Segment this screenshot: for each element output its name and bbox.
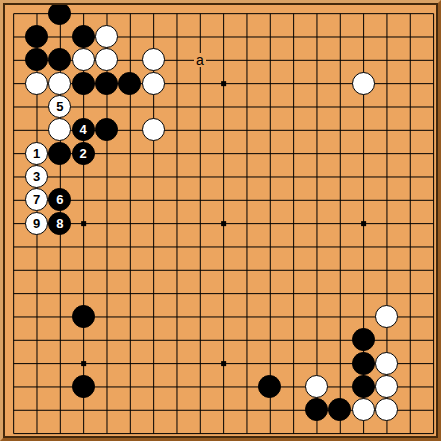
intersection-10-10[interactable] xyxy=(235,235,258,258)
intersection-8-9[interactable] xyxy=(188,212,211,235)
intersection-12-2[interactable] xyxy=(282,48,305,71)
intersection-12-15[interactable] xyxy=(282,352,305,375)
intersection-3-11[interactable] xyxy=(72,258,95,281)
intersection-9-17[interactable] xyxy=(212,398,235,421)
intersection-14-13[interactable] xyxy=(328,305,351,328)
intersection-2-4[interactable]: 5 xyxy=(48,95,71,118)
intersection-11-15[interactable] xyxy=(258,352,281,375)
intersection-13-11[interactable] xyxy=(305,258,328,281)
intersection-3-9[interactable] xyxy=(72,212,95,235)
intersection-18-17[interactable] xyxy=(422,398,441,421)
intersection-14-11[interactable] xyxy=(328,258,351,281)
intersection-10-16[interactable] xyxy=(235,375,258,398)
intersection-5-11[interactable] xyxy=(118,258,141,281)
black-stone[interactable]: 8 xyxy=(48,212,71,235)
white-stone[interactable] xyxy=(375,352,398,375)
intersection-12-17[interactable] xyxy=(282,398,305,421)
intersection-16-3[interactable] xyxy=(375,72,398,95)
intersection-14-1[interactable] xyxy=(328,25,351,48)
intersection-9-4[interactable] xyxy=(212,95,235,118)
intersection-18-8[interactable] xyxy=(422,188,441,211)
black-stone[interactable] xyxy=(118,72,141,95)
intersection-16-0[interactable] xyxy=(375,2,398,25)
intersection-8-12[interactable] xyxy=(188,282,211,305)
intersection-12-12[interactable] xyxy=(282,282,305,305)
intersection-0-8[interactable] xyxy=(2,188,25,211)
intersection-6-18[interactable] xyxy=(142,422,165,441)
intersection-11-18[interactable] xyxy=(258,422,281,441)
intersection-11-6[interactable] xyxy=(258,142,281,165)
intersection-2-11[interactable] xyxy=(48,258,71,281)
intersection-18-2[interactable] xyxy=(422,48,441,71)
intersection-5-18[interactable] xyxy=(118,422,141,441)
intersection-2-9[interactable]: 8 xyxy=(48,212,71,235)
intersection-0-14[interactable] xyxy=(2,328,25,351)
intersection-6-2[interactable] xyxy=(142,48,165,71)
intersection-8-0[interactable] xyxy=(188,2,211,25)
white-stone[interactable]: 7 xyxy=(25,188,48,211)
intersection-13-16[interactable] xyxy=(305,375,328,398)
white-stone[interactable] xyxy=(375,305,398,328)
intersection-8-3[interactable] xyxy=(188,72,211,95)
white-stone[interactable] xyxy=(48,118,71,141)
intersection-4-4[interactable] xyxy=(95,95,118,118)
intersection-6-16[interactable] xyxy=(142,375,165,398)
intersection-12-13[interactable] xyxy=(282,305,305,328)
intersection-7-7[interactable] xyxy=(165,165,188,188)
white-stone[interactable]: 3 xyxy=(25,165,48,188)
intersection-2-13[interactable] xyxy=(48,305,71,328)
intersection-1-3[interactable] xyxy=(25,72,48,95)
intersection-13-10[interactable] xyxy=(305,235,328,258)
intersection-11-11[interactable] xyxy=(258,258,281,281)
black-stone[interactable] xyxy=(72,25,95,48)
intersection-2-8[interactable]: 6 xyxy=(48,188,71,211)
intersection-0-12[interactable] xyxy=(2,282,25,305)
intersection-5-7[interactable] xyxy=(118,165,141,188)
intersection-14-15[interactable] xyxy=(328,352,351,375)
intersection-15-12[interactable] xyxy=(352,282,375,305)
black-stone[interactable] xyxy=(72,305,95,328)
white-stone[interactable] xyxy=(305,375,328,398)
white-stone[interactable] xyxy=(375,375,398,398)
intersection-12-3[interactable] xyxy=(282,72,305,95)
intersection-0-13[interactable] xyxy=(2,305,25,328)
white-stone[interactable] xyxy=(95,48,118,71)
white-stone[interactable] xyxy=(142,118,165,141)
intersection-7-16[interactable] xyxy=(165,375,188,398)
intersection-7-9[interactable] xyxy=(165,212,188,235)
white-stone[interactable] xyxy=(48,72,71,95)
intersection-16-13[interactable] xyxy=(375,305,398,328)
intersection-3-6[interactable]: 2 xyxy=(72,142,95,165)
intersection-2-0[interactable] xyxy=(48,2,71,25)
intersection-8-13[interactable] xyxy=(188,305,211,328)
intersection-18-3[interactable] xyxy=(422,72,441,95)
intersection-11-14[interactable] xyxy=(258,328,281,351)
intersection-14-4[interactable] xyxy=(328,95,351,118)
intersection-6-8[interactable] xyxy=(142,188,165,211)
intersection-16-2[interactable] xyxy=(375,48,398,71)
black-stone[interactable] xyxy=(25,48,48,71)
intersection-3-17[interactable] xyxy=(72,398,95,421)
white-stone[interactable] xyxy=(352,72,375,95)
intersection-8-1[interactable] xyxy=(188,25,211,48)
intersection-7-5[interactable] xyxy=(165,118,188,141)
intersection-18-1[interactable] xyxy=(422,25,441,48)
intersection-9-8[interactable] xyxy=(212,188,235,211)
intersection-13-6[interactable] xyxy=(305,142,328,165)
intersection-7-8[interactable] xyxy=(165,188,188,211)
intersection-4-11[interactable] xyxy=(95,258,118,281)
intersection-10-3[interactable] xyxy=(235,72,258,95)
intersection-6-3[interactable] xyxy=(142,72,165,95)
intersection-12-1[interactable] xyxy=(282,25,305,48)
intersection-3-8[interactable] xyxy=(72,188,95,211)
intersection-10-12[interactable] xyxy=(235,282,258,305)
intersection-9-13[interactable] xyxy=(212,305,235,328)
intersection-9-9[interactable] xyxy=(212,212,235,235)
intersection-3-5[interactable]: 4 xyxy=(72,118,95,141)
intersection-14-7[interactable] xyxy=(328,165,351,188)
intersection-17-1[interactable] xyxy=(398,25,421,48)
intersection-10-5[interactable] xyxy=(235,118,258,141)
intersection-11-16[interactable] xyxy=(258,375,281,398)
intersection-13-17[interactable] xyxy=(305,398,328,421)
intersection-18-12[interactable] xyxy=(422,282,441,305)
intersection-1-6[interactable]: 1 xyxy=(25,142,48,165)
intersection-1-11[interactable] xyxy=(25,258,48,281)
intersection-13-14[interactable] xyxy=(305,328,328,351)
intersection-4-17[interactable] xyxy=(95,398,118,421)
intersection-6-10[interactable] xyxy=(142,235,165,258)
intersection-12-0[interactable] xyxy=(282,2,305,25)
black-stone[interactable] xyxy=(95,118,118,141)
intersection-5-16[interactable] xyxy=(118,375,141,398)
intersection-8-10[interactable] xyxy=(188,235,211,258)
intersection-8-15[interactable] xyxy=(188,352,211,375)
intersection-1-2[interactable] xyxy=(25,48,48,71)
intersection-5-6[interactable] xyxy=(118,142,141,165)
black-stone[interactable] xyxy=(258,375,281,398)
intersection-13-2[interactable] xyxy=(305,48,328,71)
intersection-9-16[interactable] xyxy=(212,375,235,398)
intersection-12-7[interactable] xyxy=(282,165,305,188)
intersection-2-15[interactable] xyxy=(48,352,71,375)
intersection-9-7[interactable] xyxy=(212,165,235,188)
intersection-0-3[interactable] xyxy=(2,72,25,95)
intersection-9-18[interactable] xyxy=(212,422,235,441)
intersection-18-6[interactable] xyxy=(422,142,441,165)
intersection-11-17[interactable] xyxy=(258,398,281,421)
intersection-8-8[interactable] xyxy=(188,188,211,211)
intersection-18-7[interactable] xyxy=(422,165,441,188)
intersection-11-8[interactable] xyxy=(258,188,281,211)
intersection-6-13[interactable] xyxy=(142,305,165,328)
intersection-12-8[interactable] xyxy=(282,188,305,211)
intersection-1-17[interactable] xyxy=(25,398,48,421)
intersection-14-6[interactable] xyxy=(328,142,351,165)
intersection-1-0[interactable] xyxy=(25,2,48,25)
intersection-7-0[interactable] xyxy=(165,2,188,25)
intersection-13-3[interactable] xyxy=(305,72,328,95)
intersection-14-18[interactable] xyxy=(328,422,351,441)
intersection-16-14[interactable] xyxy=(375,328,398,351)
black-stone[interactable] xyxy=(72,72,95,95)
intersection-4-16[interactable] xyxy=(95,375,118,398)
intersection-10-8[interactable] xyxy=(235,188,258,211)
intersection-17-2[interactable] xyxy=(398,48,421,71)
intersection-15-1[interactable] xyxy=(352,25,375,48)
intersection-13-12[interactable] xyxy=(305,282,328,305)
intersection-4-9[interactable] xyxy=(95,212,118,235)
intersection-17-13[interactable] xyxy=(398,305,421,328)
intersection-11-13[interactable] xyxy=(258,305,281,328)
black-stone[interactable] xyxy=(328,398,351,421)
intersection-1-10[interactable] xyxy=(25,235,48,258)
intersection-0-0[interactable] xyxy=(2,2,25,25)
intersection-4-14[interactable] xyxy=(95,328,118,351)
intersection-3-14[interactable] xyxy=(72,328,95,351)
intersection-2-2[interactable] xyxy=(48,48,71,71)
intersection-1-4[interactable] xyxy=(25,95,48,118)
intersection-10-9[interactable] xyxy=(235,212,258,235)
white-stone[interactable] xyxy=(142,48,165,71)
intersection-4-18[interactable] xyxy=(95,422,118,441)
intersection-1-16[interactable] xyxy=(25,375,48,398)
intersection-14-17[interactable] xyxy=(328,398,351,421)
intersection-3-13[interactable] xyxy=(72,305,95,328)
intersection-17-10[interactable] xyxy=(398,235,421,258)
intersection-15-4[interactable] xyxy=(352,95,375,118)
intersection-4-10[interactable] xyxy=(95,235,118,258)
intersection-12-10[interactable] xyxy=(282,235,305,258)
intersection-14-9[interactable] xyxy=(328,212,351,235)
intersection-17-7[interactable] xyxy=(398,165,421,188)
intersection-15-7[interactable] xyxy=(352,165,375,188)
intersection-4-1[interactable] xyxy=(95,25,118,48)
intersection-8-2[interactable]: a xyxy=(188,48,211,71)
intersection-6-17[interactable] xyxy=(142,398,165,421)
intersection-0-2[interactable] xyxy=(2,48,25,71)
intersection-9-1[interactable] xyxy=(212,25,235,48)
intersection-7-14[interactable] xyxy=(165,328,188,351)
intersection-17-16[interactable] xyxy=(398,375,421,398)
intersection-1-15[interactable] xyxy=(25,352,48,375)
intersection-7-17[interactable] xyxy=(165,398,188,421)
intersection-8-16[interactable] xyxy=(188,375,211,398)
intersection-8-7[interactable] xyxy=(188,165,211,188)
black-stone[interactable]: 2 xyxy=(72,142,95,165)
intersection-17-11[interactable] xyxy=(398,258,421,281)
intersection-15-11[interactable] xyxy=(352,258,375,281)
intersection-4-8[interactable] xyxy=(95,188,118,211)
intersection-18-18[interactable] xyxy=(422,422,441,441)
intersection-13-4[interactable] xyxy=(305,95,328,118)
intersection-8-6[interactable] xyxy=(188,142,211,165)
intersection-11-2[interactable] xyxy=(258,48,281,71)
intersection-15-9[interactable] xyxy=(352,212,375,235)
intersection-9-15[interactable] xyxy=(212,352,235,375)
intersection-15-17[interactable] xyxy=(352,398,375,421)
intersection-0-17[interactable] xyxy=(2,398,25,421)
intersection-6-5[interactable] xyxy=(142,118,165,141)
intersection-7-4[interactable] xyxy=(165,95,188,118)
intersection-15-3[interactable] xyxy=(352,72,375,95)
intersection-1-5[interactable] xyxy=(25,118,48,141)
intersection-14-14[interactable] xyxy=(328,328,351,351)
intersection-8-5[interactable] xyxy=(188,118,211,141)
intersection-11-7[interactable] xyxy=(258,165,281,188)
intersection-3-7[interactable] xyxy=(72,165,95,188)
intersection-4-12[interactable] xyxy=(95,282,118,305)
intersection-9-5[interactable] xyxy=(212,118,235,141)
intersection-5-10[interactable] xyxy=(118,235,141,258)
intersection-6-12[interactable] xyxy=(142,282,165,305)
intersection-3-10[interactable] xyxy=(72,235,95,258)
intersection-2-1[interactable] xyxy=(48,25,71,48)
black-stone[interactable] xyxy=(25,25,48,48)
intersection-15-16[interactable] xyxy=(352,375,375,398)
intersection-13-0[interactable] xyxy=(305,2,328,25)
intersection-11-10[interactable] xyxy=(258,235,281,258)
intersection-18-0[interactable] xyxy=(422,2,441,25)
black-stone[interactable] xyxy=(72,375,95,398)
intersection-6-15[interactable] xyxy=(142,352,165,375)
intersection-3-1[interactable] xyxy=(72,25,95,48)
intersection-5-3[interactable] xyxy=(118,72,141,95)
intersection-17-15[interactable] xyxy=(398,352,421,375)
intersection-8-14[interactable] xyxy=(188,328,211,351)
intersection-9-0[interactable] xyxy=(212,2,235,25)
intersection-2-5[interactable] xyxy=(48,118,71,141)
intersection-5-14[interactable] xyxy=(118,328,141,351)
intersection-10-6[interactable] xyxy=(235,142,258,165)
intersection-2-3[interactable] xyxy=(48,72,71,95)
intersection-4-2[interactable] xyxy=(95,48,118,71)
intersection-3-12[interactable] xyxy=(72,282,95,305)
intersection-13-1[interactable] xyxy=(305,25,328,48)
white-stone[interactable] xyxy=(72,48,95,71)
intersection-5-17[interactable] xyxy=(118,398,141,421)
intersection-7-11[interactable] xyxy=(165,258,188,281)
intersection-15-2[interactable] xyxy=(352,48,375,71)
intersection-14-3[interactable] xyxy=(328,72,351,95)
intersection-16-8[interactable] xyxy=(375,188,398,211)
intersection-12-5[interactable] xyxy=(282,118,305,141)
intersection-13-15[interactable] xyxy=(305,352,328,375)
intersection-3-4[interactable] xyxy=(72,95,95,118)
intersection-16-9[interactable] xyxy=(375,212,398,235)
black-stone[interactable] xyxy=(352,328,375,351)
intersection-16-12[interactable] xyxy=(375,282,398,305)
intersection-0-6[interactable] xyxy=(2,142,25,165)
intersection-10-11[interactable] xyxy=(235,258,258,281)
intersection-12-6[interactable] xyxy=(282,142,305,165)
intersection-4-13[interactable] xyxy=(95,305,118,328)
intersection-9-6[interactable] xyxy=(212,142,235,165)
intersection-16-1[interactable] xyxy=(375,25,398,48)
intersection-12-16[interactable] xyxy=(282,375,305,398)
intersection-12-4[interactable] xyxy=(282,95,305,118)
intersection-1-14[interactable] xyxy=(25,328,48,351)
intersection-2-14[interactable] xyxy=(48,328,71,351)
intersection-18-16[interactable] xyxy=(422,375,441,398)
intersection-15-8[interactable] xyxy=(352,188,375,211)
intersection-18-4[interactable] xyxy=(422,95,441,118)
intersection-2-7[interactable] xyxy=(48,165,71,188)
go-board[interactable]: a541237698 xyxy=(2,2,441,441)
intersection-14-0[interactable] xyxy=(328,2,351,25)
white-stone[interactable] xyxy=(352,398,375,421)
intersection-6-14[interactable] xyxy=(142,328,165,351)
intersection-17-0[interactable] xyxy=(398,2,421,25)
intersection-15-14[interactable] xyxy=(352,328,375,351)
intersection-2-6[interactable] xyxy=(48,142,71,165)
intersection-16-18[interactable] xyxy=(375,422,398,441)
intersection-7-1[interactable] xyxy=(165,25,188,48)
intersection-0-15[interactable] xyxy=(2,352,25,375)
intersection-9-3[interactable] xyxy=(212,72,235,95)
intersection-4-15[interactable] xyxy=(95,352,118,375)
intersection-3-0[interactable] xyxy=(72,2,95,25)
intersection-1-18[interactable] xyxy=(25,422,48,441)
intersection-17-12[interactable] xyxy=(398,282,421,305)
intersection-12-11[interactable] xyxy=(282,258,305,281)
intersection-13-18[interactable] xyxy=(305,422,328,441)
white-stone[interactable] xyxy=(142,72,165,95)
intersection-0-9[interactable] xyxy=(2,212,25,235)
intersection-7-10[interactable] xyxy=(165,235,188,258)
black-stone[interactable] xyxy=(352,375,375,398)
intersection-10-13[interactable] xyxy=(235,305,258,328)
intersection-9-12[interactable] xyxy=(212,282,235,305)
intersection-6-6[interactable] xyxy=(142,142,165,165)
intersection-12-18[interactable] xyxy=(282,422,305,441)
intersection-18-13[interactable] xyxy=(422,305,441,328)
intersection-10-14[interactable] xyxy=(235,328,258,351)
intersection-7-3[interactable] xyxy=(165,72,188,95)
intersection-0-7[interactable] xyxy=(2,165,25,188)
intersection-5-0[interactable] xyxy=(118,2,141,25)
intersection-2-10[interactable] xyxy=(48,235,71,258)
intersection-16-16[interactable] xyxy=(375,375,398,398)
intersection-13-5[interactable] xyxy=(305,118,328,141)
intersection-10-1[interactable] xyxy=(235,25,258,48)
intersection-17-9[interactable] xyxy=(398,212,421,235)
intersection-7-18[interactable] xyxy=(165,422,188,441)
intersection-6-1[interactable] xyxy=(142,25,165,48)
intersection-18-11[interactable] xyxy=(422,258,441,281)
intersection-17-4[interactable] xyxy=(398,95,421,118)
intersection-1-8[interactable]: 7 xyxy=(25,188,48,211)
intersection-6-11[interactable] xyxy=(142,258,165,281)
intersection-0-10[interactable] xyxy=(2,235,25,258)
intersection-10-15[interactable] xyxy=(235,352,258,375)
intersection-6-9[interactable] xyxy=(142,212,165,235)
intersection-10-17[interactable] xyxy=(235,398,258,421)
intersection-16-17[interactable] xyxy=(375,398,398,421)
white-stone[interactable]: 1 xyxy=(25,142,48,165)
intersection-11-3[interactable] xyxy=(258,72,281,95)
intersection-0-18[interactable] xyxy=(2,422,25,441)
white-stone[interactable] xyxy=(375,398,398,421)
intersection-4-0[interactable] xyxy=(95,2,118,25)
intersection-7-2[interactable] xyxy=(165,48,188,71)
intersection-16-11[interactable] xyxy=(375,258,398,281)
intersection-10-2[interactable] xyxy=(235,48,258,71)
intersection-17-17[interactable] xyxy=(398,398,421,421)
